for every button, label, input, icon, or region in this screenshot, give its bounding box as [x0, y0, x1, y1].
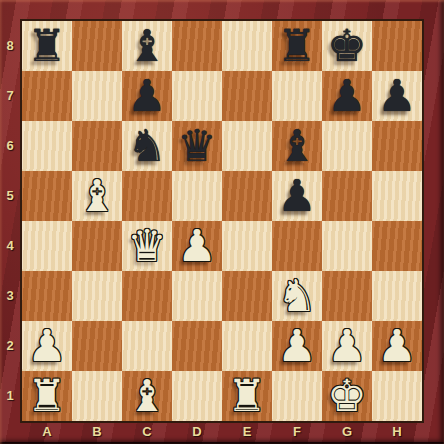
square-c2[interactable]: [122, 321, 172, 371]
rank-label-8: 8: [0, 21, 20, 71]
file-label-g: G: [322, 421, 372, 443]
piece-f2-white-pawn[interactable]: ♟: [272, 321, 322, 371]
rank-label-6: 6: [0, 121, 20, 171]
piece-f8-black-rook[interactable]: ♜: [272, 21, 322, 71]
square-c6[interactable]: ♞: [122, 121, 172, 171]
square-g7[interactable]: ♟: [322, 71, 372, 121]
square-a5[interactable]: [22, 171, 72, 221]
square-c8[interactable]: ♝: [122, 21, 172, 71]
square-e5[interactable]: [222, 171, 272, 221]
square-b8[interactable]: [72, 21, 122, 71]
piece-e1-white-rook[interactable]: ♜: [222, 371, 272, 421]
square-f4[interactable]: [272, 221, 322, 271]
rank-label-5: 5: [0, 171, 20, 221]
square-a2[interactable]: ♟: [22, 321, 72, 371]
square-e2[interactable]: [222, 321, 272, 371]
square-g4[interactable]: [322, 221, 372, 271]
file-label-f: F: [272, 421, 322, 443]
file-label-a: A: [22, 421, 72, 443]
square-g1[interactable]: ♚: [322, 371, 372, 421]
piece-d6-black-queen[interactable]: ♛: [172, 121, 222, 171]
square-h1[interactable]: [372, 371, 422, 421]
square-c7[interactable]: ♟: [122, 71, 172, 121]
piece-d4-white-pawn[interactable]: ♟: [172, 221, 222, 271]
square-e1[interactable]: ♜: [222, 371, 272, 421]
square-b6[interactable]: [72, 121, 122, 171]
square-h6[interactable]: [372, 121, 422, 171]
square-c4[interactable]: ♛: [122, 221, 172, 271]
piece-g2-white-pawn[interactable]: ♟: [322, 321, 372, 371]
square-e6[interactable]: [222, 121, 272, 171]
piece-g8-black-king[interactable]: ♚: [322, 21, 372, 71]
square-b2[interactable]: [72, 321, 122, 371]
rank-label-1: 1: [0, 371, 20, 421]
square-b4[interactable]: [72, 221, 122, 271]
square-g6[interactable]: [322, 121, 372, 171]
rank-label-4: 4: [0, 221, 20, 271]
square-f6[interactable]: ♝: [272, 121, 322, 171]
square-e7[interactable]: [222, 71, 272, 121]
square-d7[interactable]: [172, 71, 222, 121]
square-f1[interactable]: [272, 371, 322, 421]
piece-a2-white-pawn[interactable]: ♟: [22, 321, 72, 371]
square-f5[interactable]: ♟: [272, 171, 322, 221]
square-g2[interactable]: ♟: [322, 321, 372, 371]
square-b1[interactable]: [72, 371, 122, 421]
square-c3[interactable]: [122, 271, 172, 321]
square-d2[interactable]: [172, 321, 222, 371]
square-b3[interactable]: [72, 271, 122, 321]
rank-label-7: 7: [0, 71, 20, 121]
square-e3[interactable]: [222, 271, 272, 321]
file-label-c: C: [122, 421, 172, 443]
square-b5[interactable]: ♝: [72, 171, 122, 221]
square-d3[interactable]: [172, 271, 222, 321]
square-e8[interactable]: [222, 21, 272, 71]
piece-a8-black-rook[interactable]: ♜: [22, 21, 72, 71]
piece-c7-black-pawn[interactable]: ♟: [122, 71, 172, 121]
piece-c4-white-queen[interactable]: ♛: [122, 221, 172, 271]
square-d4[interactable]: ♟: [172, 221, 222, 271]
piece-c8-black-bishop[interactable]: ♝: [122, 21, 172, 71]
square-d5[interactable]: [172, 171, 222, 221]
square-a4[interactable]: [22, 221, 72, 271]
file-label-e: E: [222, 421, 272, 443]
file-label-h: H: [372, 421, 422, 443]
file-label-b: B: [72, 421, 122, 443]
piece-c6-black-knight[interactable]: ♞: [122, 121, 172, 171]
square-h7[interactable]: ♟: [372, 71, 422, 121]
square-h3[interactable]: [372, 271, 422, 321]
piece-b5-white-bishop[interactable]: ♝: [72, 171, 122, 221]
rank-label-3: 3: [0, 271, 20, 321]
square-d8[interactable]: [172, 21, 222, 71]
piece-h7-black-pawn[interactable]: ♟: [372, 71, 422, 121]
board: ♜♝♜♚♟♟♟♞♛♝♝♟♛♟♞♟♟♟♟♜♝♜♚: [20, 19, 424, 423]
square-a8[interactable]: ♜: [22, 21, 72, 71]
square-e4[interactable]: [222, 221, 272, 271]
square-f2[interactable]: ♟: [272, 321, 322, 371]
square-b7[interactable]: [72, 71, 122, 121]
piece-c1-white-bishop[interactable]: ♝: [122, 371, 172, 421]
square-a7[interactable]: [22, 71, 72, 121]
file-label-d: D: [172, 421, 222, 443]
square-f7[interactable]: [272, 71, 322, 121]
square-h8[interactable]: [372, 21, 422, 71]
piece-f5-black-pawn[interactable]: ♟: [272, 171, 322, 221]
square-d1[interactable]: [172, 371, 222, 421]
square-c5[interactable]: [122, 171, 172, 221]
square-h2[interactable]: ♟: [372, 321, 422, 371]
piece-g7-black-pawn[interactable]: ♟: [322, 71, 372, 121]
square-h5[interactable]: [372, 171, 422, 221]
square-g8[interactable]: ♚: [322, 21, 372, 71]
square-d6[interactable]: ♛: [172, 121, 222, 171]
square-a3[interactable]: [22, 271, 72, 321]
square-g3[interactable]: [322, 271, 372, 321]
square-h4[interactable]: [372, 221, 422, 271]
piece-f6-black-bishop[interactable]: ♝: [272, 121, 322, 171]
piece-a1-white-rook[interactable]: ♜: [22, 371, 72, 421]
square-a6[interactable]: [22, 121, 72, 171]
piece-h2-white-pawn[interactable]: ♟: [372, 321, 422, 371]
square-f3[interactable]: ♞: [272, 271, 322, 321]
square-g5[interactable]: [322, 171, 372, 221]
square-a1[interactable]: ♜: [22, 371, 72, 421]
chess-diagram: ♜♝♜♚♟♟♟♞♛♝♝♟♛♟♞♟♟♟♟♜♝♜♚ 87654321 ABCDEFG…: [0, 0, 444, 444]
piece-g1-white-king[interactable]: ♚: [322, 371, 372, 421]
piece-f3-white-knight[interactable]: ♞: [272, 271, 322, 321]
square-f8[interactable]: ♜: [272, 21, 322, 71]
square-c1[interactable]: ♝: [122, 371, 172, 421]
rank-label-2: 2: [0, 321, 20, 371]
